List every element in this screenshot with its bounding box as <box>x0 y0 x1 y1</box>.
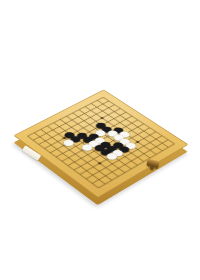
black-stone: ● <box>117 144 133 154</box>
white-stone: ● <box>106 129 121 138</box>
product-photo: ●●●●●●●●●●●●●●●●●●●●●●●●●● <box>0 0 200 280</box>
black-stone: ● <box>81 135 97 145</box>
black-stone: ● <box>105 143 121 153</box>
white-stone: ● <box>118 137 134 147</box>
white-stone: ● <box>105 151 121 161</box>
go-board-surface: ●●●●●●●●●●●●●●●●●●●●●●●●●● <box>13 90 188 198</box>
black-stone: ● <box>75 131 90 140</box>
stones-layer: ●●●●●●●●●●●●●●●●●●●●●●●●●● <box>28 97 175 188</box>
white-stone: ● <box>111 148 127 158</box>
white-stone: ● <box>94 128 109 137</box>
black-stone: ● <box>63 130 78 139</box>
black-stone: ● <box>94 121 109 130</box>
white-stone: ● <box>118 129 133 138</box>
board-grid: ●●●●●●●●●●●●●●●●●●●●●●●●●● <box>28 97 175 188</box>
black-stone: ● <box>87 131 102 140</box>
white-stone: ● <box>62 137 78 147</box>
black-stone: ● <box>99 139 115 149</box>
white-stone: ● <box>112 132 127 141</box>
white-stone: ● <box>124 141 140 151</box>
black-stone: ● <box>111 140 127 150</box>
white-stone: ● <box>93 135 109 145</box>
black-stone: ● <box>112 125 127 134</box>
black-stone: ● <box>93 143 109 153</box>
black-stone: ● <box>100 125 115 134</box>
black-stone: ● <box>69 134 85 144</box>
black-stone: ● <box>99 147 115 157</box>
white-stone: ● <box>80 142 96 152</box>
white-stone: ● <box>87 139 103 149</box>
